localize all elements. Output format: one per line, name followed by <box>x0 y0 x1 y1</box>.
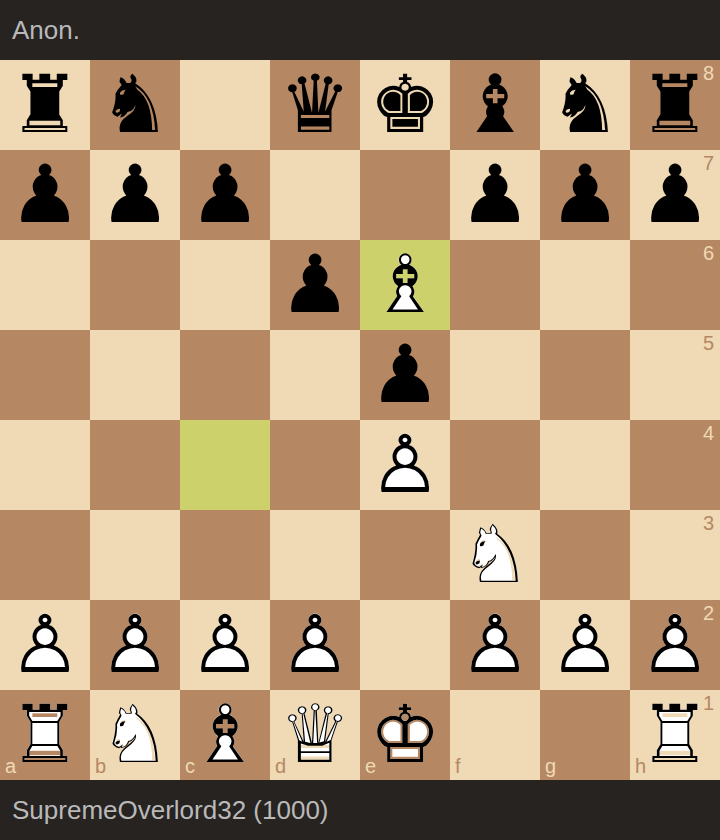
square-b7[interactable]: ♟ <box>90 150 180 240</box>
square-a4[interactable] <box>0 420 90 510</box>
white-king[interactable]: ♚♔ <box>360 690 450 780</box>
square-e4[interactable]: ♟♙ <box>360 420 450 510</box>
square-e3[interactable] <box>360 510 450 600</box>
top-player-name: Anon. <box>12 15 80 46</box>
square-f7[interactable]: ♟ <box>450 150 540 240</box>
square-f4[interactable] <box>450 420 540 510</box>
rank-label-6: 6 <box>703 242 714 265</box>
square-a2[interactable]: ♟♙ <box>0 600 90 690</box>
square-e7[interactable] <box>360 150 450 240</box>
black-pawn[interactable]: ♟ <box>450 150 540 240</box>
square-d5[interactable] <box>270 330 360 420</box>
white-pawn[interactable]: ♟♙ <box>360 420 450 510</box>
white-pawn[interactable]: ♟♙ <box>90 600 180 690</box>
square-e6[interactable]: ♝♗ <box>360 240 450 330</box>
square-a1[interactable]: ♜♖a <box>0 690 90 780</box>
square-b5[interactable] <box>90 330 180 420</box>
white-bishop[interactable]: ♝♗ <box>360 240 450 330</box>
square-a5[interactable] <box>0 330 90 420</box>
file-label-g: g <box>545 755 556 778</box>
black-pawn[interactable]: ♟ <box>90 150 180 240</box>
square-b2[interactable]: ♟♙ <box>90 600 180 690</box>
black-knight[interactable]: ♞ <box>540 60 630 150</box>
square-b4[interactable] <box>90 420 180 510</box>
square-c4[interactable] <box>180 420 270 510</box>
white-knight[interactable]: ♞♘ <box>450 510 540 600</box>
square-a7[interactable]: ♟ <box>0 150 90 240</box>
square-g6[interactable] <box>540 240 630 330</box>
black-pawn[interactable]: ♟ <box>360 330 450 420</box>
white-queen[interactable]: ♛♕ <box>270 690 360 780</box>
square-h3[interactable]: 3 <box>630 510 720 600</box>
square-f8[interactable]: ♝ <box>450 60 540 150</box>
square-b1[interactable]: ♞♘b <box>90 690 180 780</box>
square-g4[interactable] <box>540 420 630 510</box>
black-pawn[interactable]: ♟ <box>180 150 270 240</box>
chess-board[interactable]: ♜♞♛♚♝♞♜8♟♟♟♟♟♟7♟♝♗6♟5♟♙4♞♘3♟♙♟♙♟♙♟♙♟♙♟♙♟… <box>0 60 720 780</box>
square-b3[interactable] <box>90 510 180 600</box>
black-pawn[interactable]: ♟ <box>540 150 630 240</box>
bottom-player-name: SupremeOverlord32 (1000) <box>12 795 329 826</box>
square-h8[interactable]: ♜8 <box>630 60 720 150</box>
file-label-f: f <box>455 755 461 778</box>
white-bishop[interactable]: ♝♗ <box>180 690 270 780</box>
square-b6[interactable] <box>90 240 180 330</box>
square-h1[interactable]: ♜♖h1 <box>630 690 720 780</box>
black-knight[interactable]: ♞ <box>90 60 180 150</box>
square-g5[interactable] <box>540 330 630 420</box>
rank-label-4: 4 <box>703 422 714 445</box>
square-g2[interactable]: ♟♙ <box>540 600 630 690</box>
black-queen[interactable]: ♛ <box>270 60 360 150</box>
square-c7[interactable]: ♟ <box>180 150 270 240</box>
square-c5[interactable] <box>180 330 270 420</box>
white-pawn[interactable]: ♟♙ <box>0 600 90 690</box>
square-c6[interactable] <box>180 240 270 330</box>
square-f3[interactable]: ♞♘ <box>450 510 540 600</box>
square-e1[interactable]: ♚♔e <box>360 690 450 780</box>
black-king[interactable]: ♚ <box>360 60 450 150</box>
square-f1[interactable]: f <box>450 690 540 780</box>
square-g1[interactable]: g <box>540 690 630 780</box>
square-g8[interactable]: ♞ <box>540 60 630 150</box>
square-d8[interactable]: ♛ <box>270 60 360 150</box>
square-h5[interactable]: 5 <box>630 330 720 420</box>
black-pawn[interactable]: ♟ <box>630 150 720 240</box>
black-rook[interactable]: ♜ <box>630 60 720 150</box>
chess-game-screen: Anon. ♜♞♛♚♝♞♜8♟♟♟♟♟♟7♟♝♗6♟5♟♙4♞♘3♟♙♟♙♟♙♟… <box>0 0 720 840</box>
square-h4[interactable]: 4 <box>630 420 720 510</box>
square-d7[interactable] <box>270 150 360 240</box>
square-d6[interactable]: ♟ <box>270 240 360 330</box>
white-rook[interactable]: ♜♖ <box>630 690 720 780</box>
top-player-bar: Anon. <box>0 0 720 60</box>
white-pawn[interactable]: ♟♙ <box>540 600 630 690</box>
white-pawn[interactable]: ♟♙ <box>270 600 360 690</box>
square-e5[interactable]: ♟ <box>360 330 450 420</box>
bottom-player-bar: SupremeOverlord32 (1000) <box>0 780 720 840</box>
white-pawn[interactable]: ♟♙ <box>450 600 540 690</box>
square-h6[interactable]: 6 <box>630 240 720 330</box>
white-pawn[interactable]: ♟♙ <box>180 600 270 690</box>
square-d2[interactable]: ♟♙ <box>270 600 360 690</box>
black-pawn[interactable]: ♟ <box>0 150 90 240</box>
square-c3[interactable] <box>180 510 270 600</box>
square-d1[interactable]: ♛♕d <box>270 690 360 780</box>
square-e2[interactable] <box>360 600 450 690</box>
black-pawn[interactable]: ♟ <box>270 240 360 330</box>
square-a3[interactable] <box>0 510 90 600</box>
square-h2[interactable]: ♟♙2 <box>630 600 720 690</box>
square-f6[interactable] <box>450 240 540 330</box>
rank-label-3: 3 <box>703 512 714 535</box>
black-bishop[interactable]: ♝ <box>450 60 540 150</box>
white-knight[interactable]: ♞♘ <box>90 690 180 780</box>
square-f2[interactable]: ♟♙ <box>450 600 540 690</box>
square-a6[interactable] <box>0 240 90 330</box>
square-d3[interactable] <box>270 510 360 600</box>
square-c8[interactable] <box>180 60 270 150</box>
square-d4[interactable] <box>270 420 360 510</box>
square-c1[interactable]: ♝♗c <box>180 690 270 780</box>
rank-label-5: 5 <box>703 332 714 355</box>
square-a8[interactable]: ♜ <box>0 60 90 150</box>
square-h7[interactable]: ♟7 <box>630 150 720 240</box>
square-g3[interactable] <box>540 510 630 600</box>
square-g7[interactable]: ♟ <box>540 150 630 240</box>
square-c2[interactable]: ♟♙ <box>180 600 270 690</box>
square-e8[interactable]: ♚ <box>360 60 450 150</box>
black-rook[interactable]: ♜ <box>0 60 90 150</box>
square-b8[interactable]: ♞ <box>90 60 180 150</box>
white-rook[interactable]: ♜♖ <box>0 690 90 780</box>
square-f5[interactable] <box>450 330 540 420</box>
white-pawn[interactable]: ♟♙ <box>630 600 720 690</box>
